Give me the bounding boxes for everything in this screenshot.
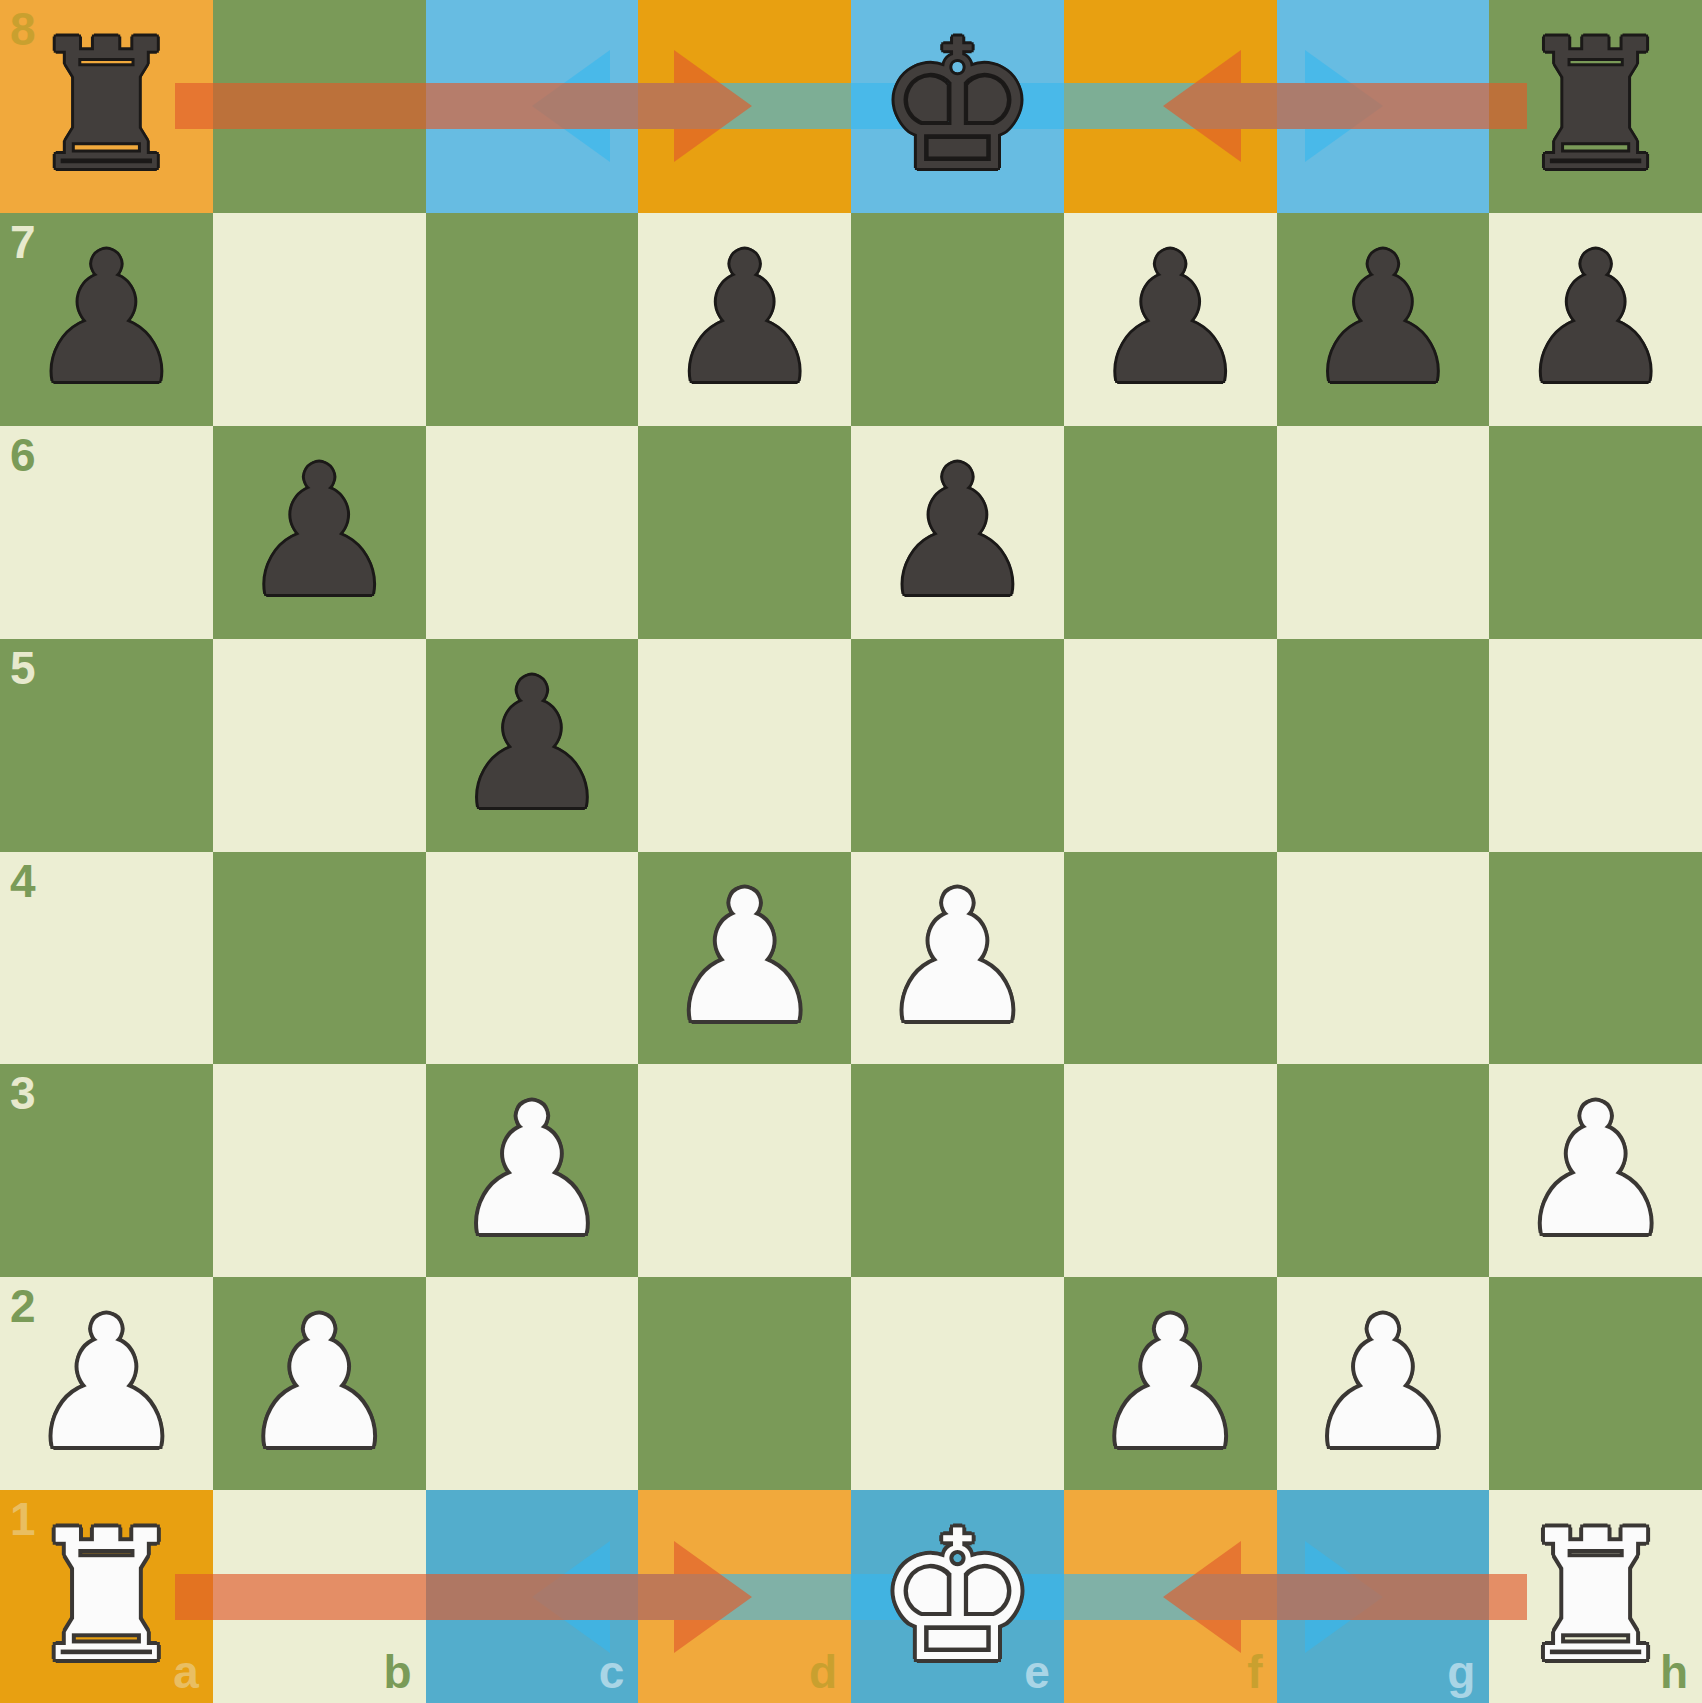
square-a5[interactable]: 5: [0, 639, 213, 852]
square-a3[interactable]: 3: [0, 1064, 213, 1277]
square-c2[interactable]: [426, 1277, 639, 1490]
square-d6[interactable]: [638, 426, 851, 639]
square-e8[interactable]: ♚: [851, 0, 1064, 213]
square-f5[interactable]: [1064, 639, 1277, 852]
square-f2[interactable]: ♟: [1064, 1277, 1277, 1490]
piece-white-pawn-g2[interactable]: ♟: [1302, 1294, 1463, 1474]
square-d7[interactable]: ♟: [638, 213, 851, 426]
piece-black-pawn-h7[interactable]: ♟: [1515, 229, 1676, 409]
piece-black-rook-h8[interactable]: ♜: [1515, 16, 1676, 196]
square-c7[interactable]: [426, 213, 639, 426]
square-d2[interactable]: [638, 1277, 851, 1490]
piece-black-pawn-f7[interactable]: ♟: [1089, 229, 1250, 409]
piece-white-pawn-d4[interactable]: ♟: [664, 868, 825, 1048]
square-e6[interactable]: ♟: [851, 426, 1064, 639]
square-c1[interactable]: c: [426, 1490, 639, 1703]
square-g6[interactable]: [1277, 426, 1490, 639]
file-label-d: d: [809, 1649, 837, 1695]
square-h6[interactable]: [1489, 426, 1702, 639]
square-h1[interactable]: h♜: [1489, 1490, 1702, 1703]
square-b4[interactable]: [213, 852, 426, 1065]
rank-label-3: 3: [10, 1068, 36, 1119]
piece-black-king-e8[interactable]: ♚: [877, 16, 1038, 196]
square-h4[interactable]: [1489, 852, 1702, 1065]
square-e7[interactable]: [851, 213, 1064, 426]
piece-white-pawn-b2[interactable]: ♟: [238, 1294, 399, 1474]
rank-label-5: 5: [10, 643, 36, 694]
square-g8[interactable]: [1277, 0, 1490, 213]
square-g1[interactable]: g: [1277, 1490, 1490, 1703]
chess-board: 8♜♚♜7♟♟♟♟♟6♟♟5♟4♟♟3♟♟2♟♟♟♟1a♜bcde♚fgh♜: [0, 0, 1702, 1703]
piece-white-pawn-h3[interactable]: ♟: [1515, 1081, 1676, 1261]
square-g3[interactable]: [1277, 1064, 1490, 1277]
square-f7[interactable]: ♟: [1064, 213, 1277, 426]
piece-black-pawn-d7[interactable]: ♟: [664, 229, 825, 409]
square-c4[interactable]: [426, 852, 639, 1065]
file-label-c: c: [599, 1649, 625, 1695]
square-e4[interactable]: ♟: [851, 852, 1064, 1065]
square-g4[interactable]: [1277, 852, 1490, 1065]
file-label-f: f: [1247, 1649, 1262, 1695]
square-a8[interactable]: 8♜: [0, 0, 213, 213]
piece-white-pawn-e4[interactable]: ♟: [877, 868, 1038, 1048]
square-g2[interactable]: ♟: [1277, 1277, 1490, 1490]
square-f1[interactable]: f: [1064, 1490, 1277, 1703]
square-g5[interactable]: [1277, 639, 1490, 852]
square-a6[interactable]: 6: [0, 426, 213, 639]
square-b5[interactable]: [213, 639, 426, 852]
piece-black-pawn-e6[interactable]: ♟: [877, 442, 1038, 622]
square-d4[interactable]: ♟: [638, 852, 851, 1065]
square-a2[interactable]: 2♟: [0, 1277, 213, 1490]
piece-black-pawn-c5[interactable]: ♟: [451, 655, 612, 835]
square-h7[interactable]: ♟: [1489, 213, 1702, 426]
square-e2[interactable]: [851, 1277, 1064, 1490]
square-b6[interactable]: ♟: [213, 426, 426, 639]
square-a7[interactable]: 7♟: [0, 213, 213, 426]
rank-label-6: 6: [10, 430, 36, 481]
piece-white-pawn-a2[interactable]: ♟: [26, 1294, 187, 1474]
square-f6[interactable]: [1064, 426, 1277, 639]
square-b3[interactable]: [213, 1064, 426, 1277]
square-c8[interactable]: [426, 0, 639, 213]
piece-black-pawn-a7[interactable]: ♟: [26, 229, 187, 409]
piece-white-pawn-c3[interactable]: ♟: [451, 1081, 612, 1261]
square-c5[interactable]: ♟: [426, 639, 639, 852]
piece-white-pawn-f2[interactable]: ♟: [1089, 1294, 1250, 1474]
square-e3[interactable]: [851, 1064, 1064, 1277]
piece-black-pawn-b6[interactable]: ♟: [238, 442, 399, 622]
square-a1[interactable]: 1a♜: [0, 1490, 213, 1703]
square-b2[interactable]: ♟: [213, 1277, 426, 1490]
square-d5[interactable]: [638, 639, 851, 852]
square-h8[interactable]: ♜: [1489, 0, 1702, 213]
square-g7[interactable]: ♟: [1277, 213, 1490, 426]
square-d3[interactable]: [638, 1064, 851, 1277]
piece-white-rook-a1[interactable]: ♜: [26, 1507, 187, 1687]
square-a4[interactable]: 4: [0, 852, 213, 1065]
square-h5[interactable]: [1489, 639, 1702, 852]
piece-white-rook-h1[interactable]: ♜: [1515, 1507, 1676, 1687]
square-b1[interactable]: b: [213, 1490, 426, 1703]
piece-black-rook-a8[interactable]: ♜: [26, 16, 187, 196]
square-d1[interactable]: d: [638, 1490, 851, 1703]
square-b8[interactable]: [213, 0, 426, 213]
square-f3[interactable]: [1064, 1064, 1277, 1277]
square-c6[interactable]: [426, 426, 639, 639]
square-b7[interactable]: [213, 213, 426, 426]
square-d8[interactable]: [638, 0, 851, 213]
square-f4[interactable]: [1064, 852, 1277, 1065]
square-c3[interactable]: ♟: [426, 1064, 639, 1277]
rank-label-4: 4: [10, 856, 36, 907]
square-e5[interactable]: [851, 639, 1064, 852]
square-f8[interactable]: [1064, 0, 1277, 213]
square-h2[interactable]: [1489, 1277, 1702, 1490]
file-label-g: g: [1447, 1649, 1475, 1695]
square-e1[interactable]: e♚: [851, 1490, 1064, 1703]
file-label-b: b: [383, 1649, 411, 1695]
square-h3[interactable]: ♟: [1489, 1064, 1702, 1277]
piece-black-pawn-g7[interactable]: ♟: [1302, 229, 1463, 409]
piece-white-king-e1[interactable]: ♚: [877, 1507, 1038, 1687]
